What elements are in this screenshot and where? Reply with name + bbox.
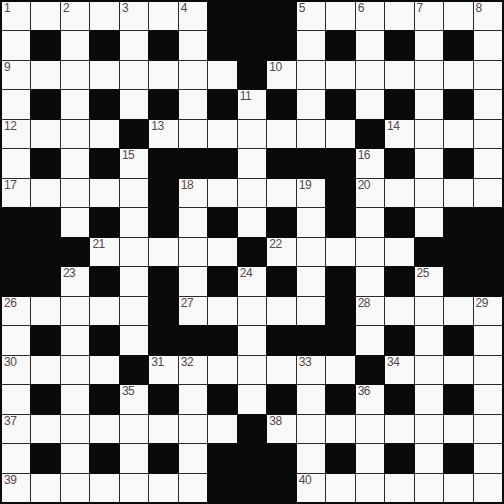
cell[interactable]: [179, 444, 207, 472]
cell[interactable]: [2, 385, 30, 413]
cell[interactable]: 24: [238, 267, 266, 295]
cell[interactable]: [90, 179, 118, 207]
block-cell: [267, 385, 295, 413]
block-cell: [267, 2, 295, 30]
cell[interactable]: [415, 90, 443, 118]
cell[interactable]: 35: [120, 385, 148, 413]
cell[interactable]: [149, 415, 177, 443]
cell[interactable]: [238, 208, 266, 236]
cell[interactable]: [61, 474, 89, 502]
clue-number: 14: [387, 120, 399, 133]
cell[interactable]: [2, 31, 30, 59]
cell[interactable]: [385, 415, 413, 443]
cell[interactable]: 38: [267, 415, 295, 443]
clue-number: 5: [299, 2, 305, 15]
block-cell: [267, 267, 295, 295]
clue-number: 9: [4, 61, 10, 74]
cell[interactable]: 12: [2, 120, 30, 148]
cell[interactable]: [61, 61, 89, 89]
clue-number: 21: [92, 238, 104, 251]
cell[interactable]: [356, 267, 384, 295]
block-cell: [385, 385, 413, 413]
cell[interactable]: [267, 297, 295, 325]
cell[interactable]: [385, 179, 413, 207]
cell[interactable]: 1: [2, 2, 30, 30]
cell[interactable]: [415, 31, 443, 59]
block-cell: [149, 444, 177, 472]
cell[interactable]: 32: [179, 356, 207, 384]
cell[interactable]: [31, 415, 59, 443]
cell[interactable]: 10: [267, 61, 295, 89]
cell[interactable]: 9: [2, 61, 30, 89]
cell[interactable]: [179, 267, 207, 295]
cell[interactable]: 17: [2, 179, 30, 207]
cell[interactable]: 8: [474, 2, 502, 30]
cell[interactable]: [444, 297, 472, 325]
cell[interactable]: [297, 385, 325, 413]
cell[interactable]: [149, 474, 177, 502]
block-cell: [326, 385, 354, 413]
cell[interactable]: [120, 474, 148, 502]
clue-number: 7: [417, 2, 423, 15]
block-cell: [238, 474, 266, 502]
cell[interactable]: [415, 120, 443, 148]
block-cell: [31, 326, 59, 354]
cell[interactable]: [385, 297, 413, 325]
cell[interactable]: 20: [356, 179, 384, 207]
cell[interactable]: [120, 31, 148, 59]
cell[interactable]: [149, 61, 177, 89]
cell[interactable]: [297, 61, 325, 89]
block-cell: [31, 208, 59, 236]
clue-number: 29: [476, 297, 488, 310]
clue-number: 32: [181, 356, 193, 369]
block-cell: [474, 267, 502, 295]
cell[interactable]: [415, 444, 443, 472]
block-cell: [208, 444, 236, 472]
cell[interactable]: [297, 444, 325, 472]
cell[interactable]: [238, 356, 266, 384]
clue-number: 37: [4, 415, 16, 428]
block-cell: [444, 326, 472, 354]
cell[interactable]: [61, 179, 89, 207]
cell[interactable]: [120, 267, 148, 295]
clue-number: 8: [476, 2, 482, 15]
block-cell: [415, 238, 443, 266]
cell[interactable]: [356, 326, 384, 354]
clue-number: 12: [4, 120, 16, 133]
cell[interactable]: [444, 415, 472, 443]
cell[interactable]: [238, 179, 266, 207]
cell[interactable]: [415, 61, 443, 89]
cell[interactable]: 6: [356, 2, 384, 30]
block-cell: [208, 208, 236, 236]
block-cell: [444, 385, 472, 413]
cell[interactable]: 5: [297, 2, 325, 30]
cell[interactable]: [238, 326, 266, 354]
clue-number: 39: [4, 474, 16, 487]
cell[interactable]: [61, 415, 89, 443]
cell[interactable]: [415, 415, 443, 443]
crossword-board: 1234567891011121314151617181920212223242…: [0, 0, 504, 504]
block-cell: [31, 385, 59, 413]
cell[interactable]: [385, 2, 413, 30]
block-cell: [31, 238, 59, 266]
cell[interactable]: [61, 356, 89, 384]
block-cell: [356, 356, 384, 384]
clue-number: 18: [181, 179, 193, 192]
cell[interactable]: [474, 415, 502, 443]
block-cell: [149, 326, 177, 354]
cell[interactable]: [179, 90, 207, 118]
cell[interactable]: 33: [297, 356, 325, 384]
cell[interactable]: [149, 238, 177, 266]
cell[interactable]: [90, 2, 118, 30]
clue-number: 19: [299, 179, 311, 192]
cell[interactable]: [385, 61, 413, 89]
cell[interactable]: 16: [356, 149, 384, 177]
cell[interactable]: 22: [267, 238, 295, 266]
cell[interactable]: [474, 149, 502, 177]
cell[interactable]: [179, 474, 207, 502]
cell[interactable]: 21: [90, 238, 118, 266]
cell[interactable]: [31, 297, 59, 325]
cell[interactable]: [208, 179, 236, 207]
cell[interactable]: 31: [149, 356, 177, 384]
block-cell: [474, 208, 502, 236]
cell[interactable]: [415, 179, 443, 207]
cell[interactable]: [415, 326, 443, 354]
block-cell: [444, 90, 472, 118]
cell[interactable]: 34: [385, 356, 413, 384]
cell[interactable]: 13: [149, 120, 177, 148]
cell[interactable]: [208, 61, 236, 89]
cell[interactable]: 27: [179, 297, 207, 325]
cell[interactable]: [2, 444, 30, 472]
cell[interactable]: [2, 90, 30, 118]
block-cell: [90, 208, 118, 236]
cell[interactable]: [356, 90, 384, 118]
cell[interactable]: [356, 61, 384, 89]
cell[interactable]: [61, 90, 89, 118]
block-cell: [120, 120, 148, 148]
cell[interactable]: 14: [385, 120, 413, 148]
cell[interactable]: [120, 208, 148, 236]
block-cell: [208, 2, 236, 30]
cell[interactable]: [444, 2, 472, 30]
cell[interactable]: [444, 61, 472, 89]
cell[interactable]: 26: [2, 297, 30, 325]
cell[interactable]: 37: [2, 415, 30, 443]
block-cell: [385, 444, 413, 472]
cell[interactable]: [238, 120, 266, 148]
block-cell: [208, 474, 236, 502]
cell[interactable]: [356, 444, 384, 472]
block-cell: [208, 385, 236, 413]
cell[interactable]: [474, 31, 502, 59]
cell[interactable]: [326, 474, 354, 502]
cell[interactable]: [385, 474, 413, 502]
cell[interactable]: [267, 356, 295, 384]
block-cell: [208, 326, 236, 354]
clue-number: 2: [63, 2, 69, 15]
block-cell: [474, 238, 502, 266]
block-cell: [90, 90, 118, 118]
clue-number: 35: [122, 385, 134, 398]
cell[interactable]: [238, 297, 266, 325]
cell[interactable]: [415, 297, 443, 325]
cell[interactable]: [297, 415, 325, 443]
cell[interactable]: [356, 415, 384, 443]
block-cell: [149, 31, 177, 59]
clue-number: 23: [63, 267, 75, 280]
cell[interactable]: [415, 474, 443, 502]
cell[interactable]: [179, 415, 207, 443]
cell[interactable]: [267, 120, 295, 148]
cell[interactable]: [356, 31, 384, 59]
cell[interactable]: [297, 297, 325, 325]
cell[interactable]: [326, 120, 354, 148]
cell[interactable]: [474, 120, 502, 148]
cell[interactable]: [120, 444, 148, 472]
block-cell: [326, 267, 354, 295]
block-cell: [31, 90, 59, 118]
block-cell: [385, 90, 413, 118]
cell[interactable]: [474, 474, 502, 502]
block-cell: [31, 444, 59, 472]
cell[interactable]: [326, 61, 354, 89]
block-cell: [149, 385, 177, 413]
cell[interactable]: [297, 267, 325, 295]
cell[interactable]: [31, 474, 59, 502]
cell[interactable]: [267, 179, 295, 207]
cell[interactable]: [90, 356, 118, 384]
block-cell: [385, 149, 413, 177]
block-cell: [238, 444, 266, 472]
block-cell: [326, 149, 354, 177]
cell[interactable]: [179, 208, 207, 236]
cell[interactable]: 4: [179, 2, 207, 30]
block-cell: [267, 149, 295, 177]
clue-number: 28: [358, 297, 370, 310]
cell[interactable]: [326, 415, 354, 443]
cell[interactable]: [356, 238, 384, 266]
cell[interactable]: [61, 208, 89, 236]
block-cell: [444, 238, 472, 266]
cell[interactable]: [90, 120, 118, 148]
block-cell: [326, 31, 354, 59]
clue-number: 38: [269, 415, 281, 428]
cell[interactable]: [120, 90, 148, 118]
cell[interactable]: [90, 474, 118, 502]
cell[interactable]: 7: [415, 2, 443, 30]
block-cell: [179, 326, 207, 354]
cell[interactable]: [415, 208, 443, 236]
block-cell: [90, 326, 118, 354]
cell[interactable]: 25: [415, 267, 443, 295]
clue-number: 25: [417, 267, 429, 280]
cell[interactable]: [208, 415, 236, 443]
block-cell: [267, 90, 295, 118]
block-cell: [444, 149, 472, 177]
block-cell: [149, 208, 177, 236]
clue-number: 27: [181, 297, 193, 310]
block-cell: [297, 149, 325, 177]
clue-number: 13: [151, 120, 163, 133]
cell[interactable]: [208, 297, 236, 325]
cell[interactable]: [238, 385, 266, 413]
cell[interactable]: [474, 326, 502, 354]
block-cell: [149, 179, 177, 207]
block-cell: [238, 238, 266, 266]
cell[interactable]: [120, 326, 148, 354]
block-cell: [120, 356, 148, 384]
cell[interactable]: [415, 356, 443, 384]
clue-number: 31: [151, 356, 163, 369]
cell[interactable]: 40: [297, 474, 325, 502]
cell[interactable]: [179, 61, 207, 89]
cell[interactable]: 3: [120, 2, 148, 30]
cell[interactable]: 30: [2, 356, 30, 384]
cell[interactable]: [120, 297, 148, 325]
cell[interactable]: [297, 90, 325, 118]
block-cell: [238, 31, 266, 59]
cell[interactable]: 15: [120, 149, 148, 177]
cell[interactable]: [61, 385, 89, 413]
block-cell: [149, 297, 177, 325]
cell[interactable]: [31, 61, 59, 89]
block-cell: [90, 149, 118, 177]
block-cell: [267, 474, 295, 502]
cell[interactable]: [179, 120, 207, 148]
block-cell: [326, 326, 354, 354]
clue-number: 40: [299, 474, 311, 487]
cell[interactable]: 19: [297, 179, 325, 207]
cell[interactable]: 29: [474, 297, 502, 325]
cell[interactable]: [415, 149, 443, 177]
cell[interactable]: [474, 444, 502, 472]
cell[interactable]: [31, 2, 59, 30]
cell[interactable]: [2, 149, 30, 177]
cell[interactable]: [326, 2, 354, 30]
cell[interactable]: [238, 149, 266, 177]
cell[interactable]: [444, 356, 472, 384]
clue-number: 26: [4, 297, 16, 310]
cell[interactable]: [297, 208, 325, 236]
cell[interactable]: [356, 208, 384, 236]
cell[interactable]: [444, 120, 472, 148]
cell[interactable]: [415, 385, 443, 413]
block-cell: [326, 444, 354, 472]
cell[interactable]: [149, 2, 177, 30]
block-cell: [31, 149, 59, 177]
block-cell: [31, 267, 59, 295]
block-cell: [385, 267, 413, 295]
block-cell: [267, 31, 295, 59]
clue-number: 15: [122, 149, 134, 162]
block-cell: [208, 31, 236, 59]
cell[interactable]: [179, 31, 207, 59]
cell[interactable]: [61, 326, 89, 354]
cell[interactable]: [61, 444, 89, 472]
cell[interactable]: 28: [356, 297, 384, 325]
block-cell: [267, 444, 295, 472]
cell[interactable]: [120, 238, 148, 266]
cell[interactable]: 39: [2, 474, 30, 502]
cell[interactable]: [297, 31, 325, 59]
block-cell: [326, 208, 354, 236]
cell[interactable]: 11: [238, 90, 266, 118]
block-cell: [208, 267, 236, 295]
cell[interactable]: [90, 61, 118, 89]
cell[interactable]: 18: [179, 179, 207, 207]
cell[interactable]: [208, 120, 236, 148]
block-cell: [61, 238, 89, 266]
cell[interactable]: [474, 385, 502, 413]
cell[interactable]: [31, 356, 59, 384]
clue-number: 30: [4, 356, 16, 369]
cell[interactable]: [444, 474, 472, 502]
block-cell: [208, 149, 236, 177]
cell[interactable]: [474, 90, 502, 118]
cell[interactable]: 23: [61, 267, 89, 295]
cell[interactable]: [326, 356, 354, 384]
cell[interactable]: [179, 385, 207, 413]
block-cell: [149, 267, 177, 295]
cell[interactable]: 36: [356, 385, 384, 413]
block-cell: [444, 267, 472, 295]
block-cell: [267, 208, 295, 236]
cell[interactable]: [297, 238, 325, 266]
block-cell: [385, 208, 413, 236]
block-cell: [238, 415, 266, 443]
block-cell: [238, 61, 266, 89]
cell[interactable]: [208, 238, 236, 266]
cell[interactable]: [120, 61, 148, 89]
cell[interactable]: [90, 415, 118, 443]
cell[interactable]: [474, 61, 502, 89]
cell[interactable]: [31, 179, 59, 207]
cell[interactable]: [120, 415, 148, 443]
clue-number: 24: [240, 267, 252, 280]
cell[interactable]: 2: [61, 2, 89, 30]
cell[interactable]: [474, 356, 502, 384]
clue-number: 4: [181, 2, 187, 15]
cell[interactable]: [179, 238, 207, 266]
cell[interactable]: [326, 238, 354, 266]
cell[interactable]: [61, 149, 89, 177]
clue-number: 10: [269, 61, 281, 74]
cell[interactable]: [120, 179, 148, 207]
clue-number: 16: [358, 149, 370, 162]
cell[interactable]: [297, 120, 325, 148]
cell[interactable]: [208, 356, 236, 384]
cell[interactable]: [474, 179, 502, 207]
cell[interactable]: [444, 179, 472, 207]
cell[interactable]: [31, 120, 59, 148]
cell[interactable]: [61, 120, 89, 148]
block-cell: [297, 326, 325, 354]
cell[interactable]: [356, 474, 384, 502]
block-cell: [444, 31, 472, 59]
cell[interactable]: [90, 297, 118, 325]
cell[interactable]: [385, 238, 413, 266]
cell[interactable]: [61, 297, 89, 325]
clue-number: 33: [299, 356, 311, 369]
cell[interactable]: [2, 326, 30, 354]
cell[interactable]: [61, 31, 89, 59]
block-cell: [90, 267, 118, 295]
